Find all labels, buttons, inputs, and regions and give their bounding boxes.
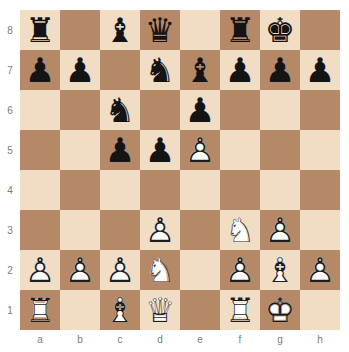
black-king[interactable]: ♚: [260, 10, 300, 50]
square-b8[interactable]: [60, 10, 100, 50]
square-a4[interactable]: [20, 170, 60, 210]
black-pawn[interactable]: ♟: [20, 50, 60, 90]
rank-label-7: 7: [0, 50, 20, 90]
rank-label-3: 3: [0, 210, 20, 250]
square-c6[interactable]: ♞: [100, 90, 140, 130]
square-c3[interactable]: [100, 210, 140, 250]
black-knight[interactable]: ♞: [140, 50, 180, 90]
square-f8[interactable]: ♜: [220, 10, 260, 50]
rank-label-8: 8: [0, 10, 20, 50]
square-c1[interactable]: ♝: [100, 290, 140, 330]
white-bishop[interactable]: ♝: [260, 250, 300, 290]
black-bishop[interactable]: ♝: [180, 50, 220, 90]
rank-label-5: 5: [0, 130, 20, 170]
chess-board-widget: 87654321 ♜♝♛♜♚♟♟♞♝♟♟♟♞♟♟♟♟♟♞♟♟♟♟♞♟♝♟♜♝♛♜…: [0, 0, 349, 352]
square-b2[interactable]: ♟: [60, 250, 100, 290]
black-pawn[interactable]: ♟: [220, 50, 260, 90]
square-f2[interactable]: ♟: [220, 250, 260, 290]
square-h8[interactable]: [300, 10, 340, 50]
square-g7[interactable]: ♟: [260, 50, 300, 90]
square-a7[interactable]: ♟: [20, 50, 60, 90]
white-knight[interactable]: ♞: [140, 250, 180, 290]
square-d1[interactable]: ♛: [140, 290, 180, 330]
black-bishop[interactable]: ♝: [100, 10, 140, 50]
square-d3[interactable]: ♟: [140, 210, 180, 250]
file-label-c: c: [100, 330, 140, 352]
square-d8[interactable]: ♛: [140, 10, 180, 50]
square-e5[interactable]: ♟: [180, 130, 220, 170]
square-g5[interactable]: [260, 130, 300, 170]
square-c5[interactable]: ♟: [100, 130, 140, 170]
white-bishop[interactable]: ♝: [100, 290, 140, 330]
file-label-d: d: [140, 330, 180, 352]
square-h7[interactable]: ♟: [300, 50, 340, 90]
black-pawn[interactable]: ♟: [60, 50, 100, 90]
black-pawn[interactable]: ♟: [140, 130, 180, 170]
square-e4[interactable]: [180, 170, 220, 210]
square-a5[interactable]: [20, 130, 60, 170]
square-b5[interactable]: [60, 130, 100, 170]
square-a6[interactable]: [20, 90, 60, 130]
white-rook[interactable]: ♜: [220, 290, 260, 330]
square-b7[interactable]: ♟: [60, 50, 100, 90]
white-pawn[interactable]: ♟: [100, 250, 140, 290]
square-b6[interactable]: [60, 90, 100, 130]
white-pawn[interactable]: ♟: [140, 210, 180, 250]
white-knight[interactable]: ♞: [220, 210, 260, 250]
square-f3[interactable]: ♞: [220, 210, 260, 250]
file-labels: abcdefgh: [20, 330, 340, 352]
square-g4[interactable]: [260, 170, 300, 210]
square-h6[interactable]: [300, 90, 340, 130]
square-d2[interactable]: ♞: [140, 250, 180, 290]
square-d6[interactable]: [140, 90, 180, 130]
square-b3[interactable]: [60, 210, 100, 250]
white-king[interactable]: ♚: [260, 290, 300, 330]
square-e3[interactable]: [180, 210, 220, 250]
square-a8[interactable]: ♜: [20, 10, 60, 50]
square-c2[interactable]: ♟: [100, 250, 140, 290]
white-rook[interactable]: ♜: [20, 290, 60, 330]
black-pawn[interactable]: ♟: [260, 50, 300, 90]
black-pawn[interactable]: ♟: [100, 130, 140, 170]
rank-labels: 87654321: [0, 10, 20, 330]
square-e8[interactable]: [180, 10, 220, 50]
white-queen[interactable]: ♛: [140, 290, 180, 330]
file-label-b: b: [60, 330, 100, 352]
rank-label-4: 4: [0, 170, 20, 210]
square-d5[interactable]: ♟: [140, 130, 180, 170]
rank-label-2: 2: [0, 250, 20, 290]
square-f1[interactable]: ♜: [220, 290, 260, 330]
square-e1[interactable]: [180, 290, 220, 330]
square-d7[interactable]: ♞: [140, 50, 180, 90]
square-h4[interactable]: [300, 170, 340, 210]
black-rook[interactable]: ♜: [20, 10, 60, 50]
file-label-a: a: [20, 330, 60, 352]
square-h1[interactable]: [300, 290, 340, 330]
file-label-f: f: [220, 330, 260, 352]
square-d4[interactable]: [140, 170, 180, 210]
white-pawn[interactable]: ♟: [20, 250, 60, 290]
square-c8[interactable]: ♝: [100, 10, 140, 50]
square-e6[interactable]: ♟: [180, 90, 220, 130]
square-f4[interactable]: [220, 170, 260, 210]
file-label-e: e: [180, 330, 220, 352]
square-b1[interactable]: [60, 290, 100, 330]
square-g3[interactable]: ♟: [260, 210, 300, 250]
square-g1[interactable]: ♚: [260, 290, 300, 330]
square-g2[interactable]: ♝: [260, 250, 300, 290]
rank-label-1: 1: [0, 290, 20, 330]
black-knight[interactable]: ♞: [100, 90, 140, 130]
square-g6[interactable]: [260, 90, 300, 130]
white-pawn[interactable]: ♟: [180, 130, 220, 170]
black-pawn[interactable]: ♟: [180, 90, 220, 130]
file-label-h: h: [300, 330, 340, 352]
black-rook[interactable]: ♜: [220, 10, 260, 50]
square-a2[interactable]: ♟: [20, 250, 60, 290]
square-c7[interactable]: [100, 50, 140, 90]
white-pawn[interactable]: ♟: [60, 250, 100, 290]
square-h2[interactable]: ♟: [300, 250, 340, 290]
square-e2[interactable]: [180, 250, 220, 290]
black-queen[interactable]: ♛: [140, 10, 180, 50]
white-pawn[interactable]: ♟: [220, 250, 260, 290]
white-pawn[interactable]: ♟: [300, 250, 340, 290]
file-label-g: g: [260, 330, 300, 352]
square-g8[interactable]: ♚: [260, 10, 300, 50]
square-c4[interactable]: [100, 170, 140, 210]
square-a1[interactable]: ♜: [20, 290, 60, 330]
square-b4[interactable]: [60, 170, 100, 210]
square-a3[interactable]: [20, 210, 60, 250]
white-pawn[interactable]: ♟: [260, 210, 300, 250]
black-pawn[interactable]: ♟: [300, 50, 340, 90]
square-f6[interactable]: [220, 90, 260, 130]
square-h3[interactable]: [300, 210, 340, 250]
rank-label-6: 6: [0, 90, 20, 130]
square-f7[interactable]: ♟: [220, 50, 260, 90]
square-f5[interactable]: [220, 130, 260, 170]
square-e7[interactable]: ♝: [180, 50, 220, 90]
chess-board[interactable]: ♜♝♛♜♚♟♟♞♝♟♟♟♞♟♟♟♟♟♞♟♟♟♟♞♟♝♟♜♝♛♜♚: [20, 10, 340, 330]
square-h5[interactable]: [300, 130, 340, 170]
